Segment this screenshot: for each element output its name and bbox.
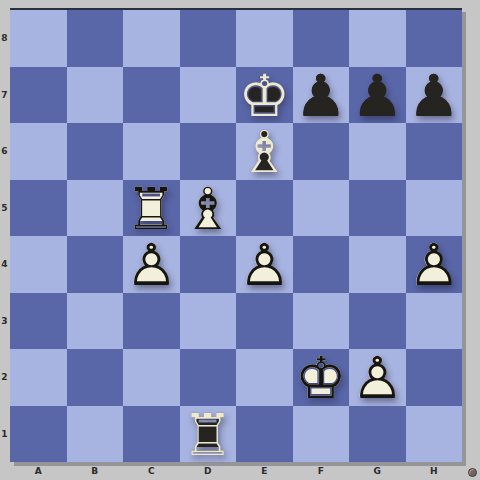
square-h4[interactable]: ♟♙ (406, 236, 463, 293)
square-d7[interactable] (180, 67, 237, 124)
white-pawn-outline: ♙ (238, 236, 290, 294)
chess-board: ♚♔♟♙♟♙♟♙♝♗♜♖♝♗♟♙♟♙♟♙♚♔♟♙♜♖ (10, 8, 462, 462)
piece-white-bishop-d5[interactable]: ♝♗ (180, 180, 237, 237)
file-label-g: G (349, 464, 406, 478)
square-b1[interactable] (67, 406, 124, 463)
square-e5[interactable] (236, 180, 293, 237)
square-e2[interactable] (236, 349, 293, 406)
square-h8[interactable] (406, 10, 463, 67)
square-g3[interactable] (349, 293, 406, 350)
square-a6[interactable] (10, 123, 67, 180)
square-c8[interactable] (123, 10, 180, 67)
black-king-outline: ♔ (238, 67, 290, 125)
file-label-f: F (293, 464, 350, 478)
rank-label-2: 2 (0, 349, 9, 406)
square-a3[interactable] (10, 293, 67, 350)
square-g4[interactable] (349, 236, 406, 293)
square-a7[interactable] (10, 67, 67, 124)
white-king-outline: ♔ (295, 349, 347, 407)
piece-black-pawn-g7[interactable]: ♟♙ (349, 67, 406, 124)
corner-dot-icon (468, 468, 477, 477)
file-label-e: E (236, 464, 293, 478)
square-f6[interactable] (293, 123, 350, 180)
file-label-h: H (406, 464, 463, 478)
square-d8[interactable] (180, 10, 237, 67)
square-g7[interactable]: ♟♙ (349, 67, 406, 124)
square-f7[interactable]: ♟♙ (293, 67, 350, 124)
square-c6[interactable] (123, 123, 180, 180)
square-b2[interactable] (67, 349, 124, 406)
square-f5[interactable] (293, 180, 350, 237)
square-h6[interactable] (406, 123, 463, 180)
black-pawn-outline: ♙ (295, 67, 347, 125)
square-g8[interactable] (349, 10, 406, 67)
square-h5[interactable] (406, 180, 463, 237)
white-pawn-outline: ♙ (408, 236, 460, 294)
rank-label-5: 5 (0, 180, 9, 237)
square-d6[interactable] (180, 123, 237, 180)
rank-label-6: 6 (0, 123, 9, 180)
square-g6[interactable] (349, 123, 406, 180)
square-f4[interactable] (293, 236, 350, 293)
square-d3[interactable] (180, 293, 237, 350)
white-rook-outline: ♖ (125, 180, 177, 238)
white-bishop-outline: ♗ (182, 180, 234, 238)
square-h3[interactable] (406, 293, 463, 350)
square-b3[interactable] (67, 293, 124, 350)
square-c2[interactable] (123, 349, 180, 406)
square-c5[interactable]: ♜♖ (123, 180, 180, 237)
square-e7[interactable]: ♚♔ (236, 67, 293, 124)
rank-label-4: 4 (0, 236, 9, 293)
piece-white-pawn-g2[interactable]: ♟♙ (349, 349, 406, 406)
piece-white-pawn-c4[interactable]: ♟♙ (123, 236, 180, 293)
square-h7[interactable]: ♟♙ (406, 67, 463, 124)
file-label-c: C (123, 464, 180, 478)
square-h1[interactable] (406, 406, 463, 463)
piece-black-pawn-h7[interactable]: ♟♙ (406, 67, 463, 124)
square-d4[interactable] (180, 236, 237, 293)
square-g5[interactable] (349, 180, 406, 237)
square-a1[interactable] (10, 406, 67, 463)
square-a8[interactable] (10, 10, 67, 67)
file-label-a: A (10, 464, 67, 478)
piece-white-rook-c5[interactable]: ♜♖ (123, 180, 180, 237)
rank-label-3: 3 (0, 293, 9, 350)
square-c7[interactable] (123, 67, 180, 124)
square-a4[interactable] (10, 236, 67, 293)
black-rook-outline: ♖ (182, 406, 234, 464)
square-d5[interactable]: ♝♗ (180, 180, 237, 237)
square-f1[interactable] (293, 406, 350, 463)
rank-label-1: 1 (0, 406, 9, 463)
file-label-b: B (67, 464, 124, 478)
square-e1[interactable] (236, 406, 293, 463)
square-f2[interactable]: ♚♔ (293, 349, 350, 406)
file-label-d: D (180, 464, 237, 478)
square-c4[interactable]: ♟♙ (123, 236, 180, 293)
square-e3[interactable] (236, 293, 293, 350)
black-bishop-outline: ♗ (238, 123, 290, 181)
square-e4[interactable]: ♟♙ (236, 236, 293, 293)
square-b8[interactable] (67, 10, 124, 67)
piece-black-pawn-f7[interactable]: ♟♙ (293, 67, 350, 124)
rank-label-8: 8 (0, 10, 9, 67)
square-e8[interactable] (236, 10, 293, 67)
square-g1[interactable] (349, 406, 406, 463)
square-a2[interactable] (10, 349, 67, 406)
rank-label-7: 7 (0, 67, 9, 124)
black-pawn-outline: ♙ (351, 67, 403, 125)
square-d2[interactable] (180, 349, 237, 406)
square-h2[interactable] (406, 349, 463, 406)
piece-white-pawn-e4[interactable]: ♟♙ (236, 236, 293, 293)
square-e6[interactable]: ♝♗ (236, 123, 293, 180)
square-f8[interactable] (293, 10, 350, 67)
square-d1[interactable]: ♜♖ (180, 406, 237, 463)
white-pawn-outline: ♙ (125, 236, 177, 294)
piece-black-bishop-e6[interactable]: ♝♗ (236, 123, 293, 180)
square-b7[interactable] (67, 67, 124, 124)
square-b4[interactable] (67, 236, 124, 293)
piece-black-king-e7[interactable]: ♚♔ (236, 67, 293, 124)
piece-white-king-f2[interactable]: ♚♔ (293, 349, 350, 406)
white-pawn-outline: ♙ (351, 349, 403, 407)
square-c1[interactable] (123, 406, 180, 463)
piece-white-pawn-h4[interactable]: ♟♙ (406, 236, 463, 293)
square-c3[interactable] (123, 293, 180, 350)
square-b6[interactable] (67, 123, 124, 180)
black-pawn-outline: ♙ (408, 67, 460, 125)
square-b5[interactable] (67, 180, 124, 237)
square-a5[interactable] (10, 180, 67, 237)
piece-black-rook-d1[interactable]: ♜♖ (180, 406, 237, 463)
square-g2[interactable]: ♟♙ (349, 349, 406, 406)
square-f3[interactable] (293, 293, 350, 350)
